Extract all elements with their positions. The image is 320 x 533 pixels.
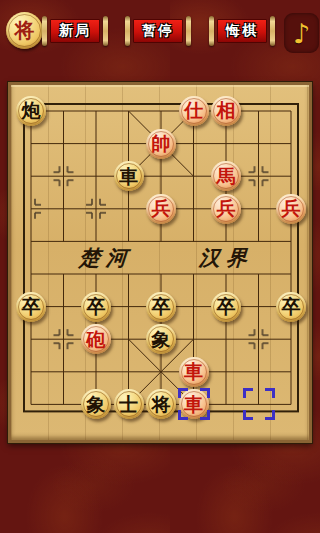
undo-move-button[interactable]: 悔棋: [209, 15, 275, 47]
red-piece-車[interactable]: 車: [179, 357, 209, 387]
toolbar: 将 新局 暂停 悔棋 ♪: [0, 0, 320, 60]
black-piece-卒[interactable]: 卒: [211, 292, 241, 322]
red-piece-車[interactable]: 車: [179, 389, 209, 419]
music-toggle-button[interactable]: ♪: [284, 13, 319, 53]
new-game-button[interactable]: 新局: [42, 15, 108, 47]
xiangqi-board[interactable]: 楚河 汉界 炮仕相帥車馬兵兵兵卒卒卒卒卒砲象車象士将車: [8, 82, 312, 443]
black-piece-将[interactable]: 将: [146, 389, 176, 419]
scroll-rod-icon: [125, 16, 130, 46]
pieces-layer: 炮仕相帥車馬兵兵兵卒卒卒卒卒砲象車象士将車: [15, 95, 308, 421]
black-piece-炮[interactable]: 炮: [16, 96, 46, 126]
red-piece-兵[interactable]: 兵: [276, 194, 306, 224]
scroll-rod-icon: [103, 16, 108, 46]
black-piece-卒[interactable]: 卒: [81, 292, 111, 322]
music-note-icon: ♪: [293, 18, 310, 49]
red-piece-砲[interactable]: 砲: [81, 324, 111, 354]
red-piece-兵[interactable]: 兵: [211, 194, 241, 224]
black-piece-卒[interactable]: 卒: [276, 292, 306, 322]
red-piece-相[interactable]: 相: [211, 96, 241, 126]
pause-button[interactable]: 暂停: [125, 15, 191, 47]
undo-button-label: 悔棋: [217, 19, 267, 43]
red-piece-兵[interactable]: 兵: [146, 194, 176, 224]
black-piece-象[interactable]: 象: [81, 389, 111, 419]
pause-button-label: 暂停: [133, 19, 183, 43]
logo-piece-glyph: 将: [15, 17, 35, 44]
black-piece-車[interactable]: 車: [114, 161, 144, 191]
scroll-rod-icon: [42, 16, 47, 46]
black-piece-卒[interactable]: 卒: [146, 292, 176, 322]
scroll-rod-icon: [186, 16, 191, 46]
last-move-from-marker: [243, 388, 275, 420]
scroll-rod-icon: [209, 16, 214, 46]
new-game-button-label: 新局: [50, 19, 100, 43]
black-piece-士[interactable]: 士: [114, 389, 144, 419]
scroll-rod-icon: [270, 16, 275, 46]
red-piece-仕[interactable]: 仕: [179, 96, 209, 126]
red-piece-馬[interactable]: 馬: [211, 161, 241, 191]
black-piece-卒[interactable]: 卒: [16, 292, 46, 322]
red-piece-帥[interactable]: 帥: [146, 129, 176, 159]
general-piece-logo-icon: 将: [6, 12, 43, 49]
black-piece-象[interactable]: 象: [146, 324, 176, 354]
